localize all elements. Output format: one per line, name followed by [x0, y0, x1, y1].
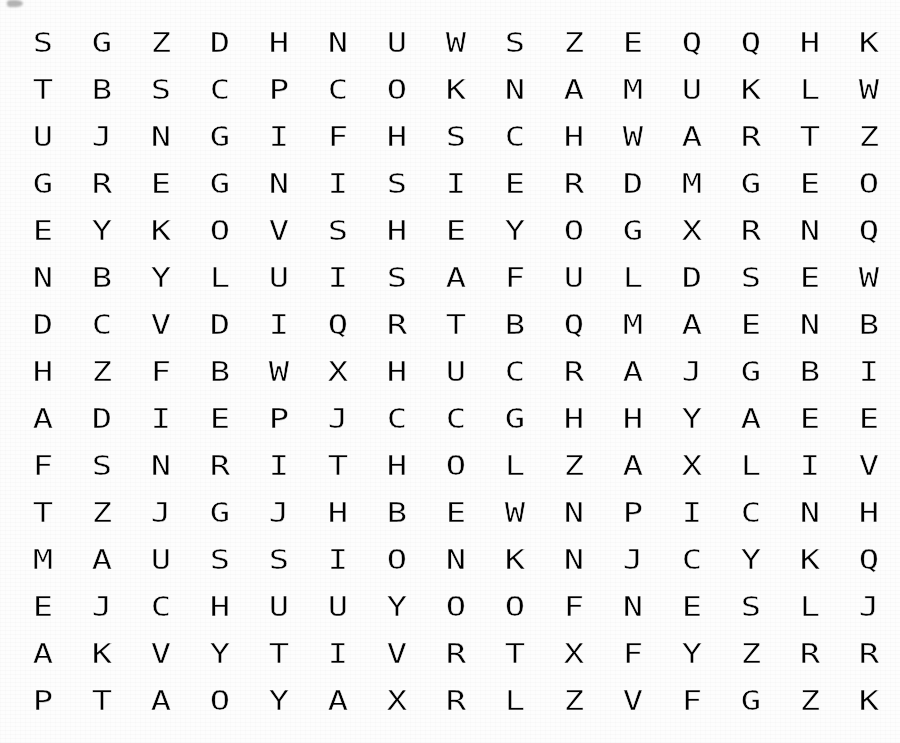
grid-cell[interactable]: E — [190, 395, 249, 442]
grid-cell[interactable]: N — [780, 301, 839, 348]
grid-cell[interactable]: A — [662, 301, 721, 348]
grid-cell[interactable]: O — [190, 207, 249, 254]
grid-cell[interactable]: W — [426, 19, 485, 66]
grid-cell[interactable]: B — [839, 301, 898, 348]
grid-letter: B — [91, 77, 111, 103]
grid-cell[interactable]: C — [308, 66, 367, 113]
grid-letter: Z — [858, 124, 878, 150]
grid-letter: K — [799, 547, 819, 573]
grid-cell[interactable]: D — [662, 254, 721, 301]
grid-cell[interactable]: U — [13, 113, 72, 160]
grid-cell[interactable]: I — [308, 630, 367, 677]
grid-letter: I — [327, 547, 347, 573]
grid-cell[interactable]: U — [367, 19, 426, 66]
grid-cell[interactable]: Z — [544, 677, 603, 724]
grid-letter: R — [740, 218, 760, 244]
grid-cell[interactable]: Y — [249, 677, 308, 724]
grid-letter: S — [386, 171, 406, 197]
grid-cell[interactable]: Z — [72, 348, 131, 395]
grid-cell[interactable]: D — [603, 160, 662, 207]
grid-cell[interactable]: B — [190, 348, 249, 395]
grid-cell[interactable]: X — [544, 630, 603, 677]
grid-cell[interactable]: R — [721, 207, 780, 254]
grid-letter: E — [858, 406, 878, 432]
grid-letter: X — [563, 641, 583, 667]
grid-cell[interactable]: R — [780, 630, 839, 677]
grid-cell[interactable]: G — [721, 348, 780, 395]
grid-letter: X — [386, 688, 406, 714]
grid-cell[interactable]: S — [426, 113, 485, 160]
grid-cell[interactable]: K — [131, 207, 190, 254]
grid-letter: H — [386, 453, 406, 479]
grid-cell[interactable]: H — [249, 19, 308, 66]
grid-cell[interactable]: L — [190, 254, 249, 301]
grid-cell[interactable]: L — [603, 254, 662, 301]
grid-cell[interactable]: V — [249, 207, 308, 254]
grid-cell[interactable]: G — [603, 207, 662, 254]
grid-letter: C — [386, 406, 406, 432]
grid-cell[interactable]: E — [721, 301, 780, 348]
grid-cell[interactable]: Y — [72, 207, 131, 254]
grid-letter: N — [563, 500, 583, 526]
grid-cell[interactable]: O — [367, 536, 426, 583]
grid-cell[interactable]: J — [308, 395, 367, 442]
grid-letter: H — [327, 500, 347, 526]
grid-letter: Z — [563, 688, 583, 714]
grid-cell[interactable]: Y — [721, 536, 780, 583]
grid-cell[interactable]: S — [485, 19, 544, 66]
grid-cell[interactable]: P — [249, 395, 308, 442]
grid-cell[interactable]: U — [249, 254, 308, 301]
grid-letter: I — [327, 265, 347, 291]
grid-letter: A — [740, 406, 760, 432]
grid-cell[interactable]: K — [721, 66, 780, 113]
grid-cell[interactable]: U — [426, 348, 485, 395]
grid-cell[interactable]: F — [544, 583, 603, 630]
grid-cell[interactable]: I — [249, 442, 308, 489]
grid-cell[interactable]: N — [131, 113, 190, 160]
grid-cell[interactable]: X — [662, 207, 721, 254]
grid-letter: Y — [740, 547, 760, 573]
grid-cell[interactable]: B — [72, 66, 131, 113]
grid-cell[interactable]: K — [839, 677, 898, 724]
grid-cell[interactable]: S — [308, 207, 367, 254]
grid-cell[interactable]: T — [13, 66, 72, 113]
word-search-grid: SGZDHNUWSZEQQHKTBSCPCOKNAMUKLWUJNGIFHSCH… — [13, 19, 898, 724]
grid-letter: G — [622, 218, 642, 244]
grid-letter: M — [32, 547, 52, 573]
grid-letter: G — [209, 171, 229, 197]
grid-cell[interactable]: R — [721, 113, 780, 160]
grid-letter: O — [504, 594, 524, 620]
grid-cell[interactable]: J — [249, 489, 308, 536]
grid-cell[interactable]: P — [603, 489, 662, 536]
grid-cell[interactable]: Q — [839, 207, 898, 254]
grid-cell[interactable]: H — [544, 113, 603, 160]
grid-cell[interactable]: I — [131, 395, 190, 442]
grid-letter: E — [32, 218, 52, 244]
grid-letter: D — [32, 312, 52, 338]
grid-cell[interactable]: A — [13, 395, 72, 442]
grid-cell[interactable]: Z — [131, 19, 190, 66]
grid-cell[interactable]: Z — [544, 19, 603, 66]
grid-cell[interactable]: O — [190, 677, 249, 724]
grid-cell[interactable]: Y — [485, 207, 544, 254]
grid-cell[interactable]: O — [544, 207, 603, 254]
grid-cell[interactable]: M — [13, 536, 72, 583]
grid-letter: U — [268, 594, 288, 620]
grid-cell[interactable]: F — [13, 442, 72, 489]
grid-cell[interactable]: H — [190, 583, 249, 630]
grid-cell[interactable]: S — [721, 583, 780, 630]
grid-cell[interactable]: S — [131, 66, 190, 113]
grid-cell[interactable]: N — [308, 19, 367, 66]
grid-letter: I — [268, 124, 288, 150]
grid-cell[interactable]: N — [603, 583, 662, 630]
grid-cell[interactable]: H — [780, 19, 839, 66]
grid-cell[interactable]: V — [603, 677, 662, 724]
grid-cell[interactable]: P — [249, 66, 308, 113]
grid-cell[interactable]: I — [308, 254, 367, 301]
grid-cell[interactable]: C — [72, 301, 131, 348]
grid-cell[interactable]: W — [839, 66, 898, 113]
grid-cell[interactable]: A — [603, 348, 662, 395]
grid-cell[interactable]: J — [72, 583, 131, 630]
grid-letter: Z — [563, 453, 583, 479]
grid-letter: A — [622, 453, 642, 479]
grid-letter: E — [32, 594, 52, 620]
grid-cell[interactable]: S — [72, 442, 131, 489]
grid-letter: O — [386, 547, 406, 573]
grid-letter: G — [504, 406, 524, 432]
grid-cell[interactable]: O — [426, 442, 485, 489]
grid-cell[interactable]: H — [13, 348, 72, 395]
grid-cell[interactable]: V — [367, 630, 426, 677]
grid-cell[interactable]: C — [485, 348, 544, 395]
grid-letter: R — [386, 312, 406, 338]
grid-cell[interactable]: A — [131, 677, 190, 724]
grid-letter: V — [150, 312, 170, 338]
grid-cell[interactable]: U — [308, 583, 367, 630]
grid-cell[interactable]: E — [485, 160, 544, 207]
grid-cell[interactable]: F — [131, 348, 190, 395]
grid-cell[interactable]: A — [721, 395, 780, 442]
grid-cell[interactable]: Y — [662, 395, 721, 442]
grid-cell[interactable]: S — [367, 254, 426, 301]
grid-cell[interactable]: K — [839, 19, 898, 66]
grid-cell[interactable]: N — [780, 207, 839, 254]
grid-cell[interactable]: T — [249, 630, 308, 677]
grid-letter: O — [858, 171, 878, 197]
grid-cell[interactable]: H — [367, 348, 426, 395]
grid-cell[interactable]: N — [131, 442, 190, 489]
grid-cell[interactable]: H — [603, 395, 662, 442]
grid-letter: Z — [91, 500, 111, 526]
grid-cell[interactable]: E — [13, 207, 72, 254]
grid-cell[interactable]: B — [780, 348, 839, 395]
grid-cell[interactable]: O — [426, 583, 485, 630]
grid-cell[interactable]: C — [190, 66, 249, 113]
grid-cell[interactable]: T — [308, 442, 367, 489]
grid-cell[interactable]: I — [426, 160, 485, 207]
grid-cell[interactable]: G — [72, 19, 131, 66]
grid-letter: K — [858, 688, 878, 714]
grid-cell[interactable]: Q — [308, 301, 367, 348]
grid-cell[interactable]: W — [485, 489, 544, 536]
grid-letter: F — [563, 594, 583, 620]
grid-cell[interactable]: B — [485, 301, 544, 348]
grid-cell[interactable]: X — [308, 348, 367, 395]
grid-cell[interactable]: S — [721, 254, 780, 301]
grid-cell[interactable]: N — [544, 536, 603, 583]
grid-cell[interactable]: S — [13, 19, 72, 66]
grid-cell[interactable]: U — [131, 536, 190, 583]
grid-cell[interactable]: R — [72, 160, 131, 207]
grid-letter: M — [622, 77, 642, 103]
grid-cell[interactable]: Y — [367, 583, 426, 630]
grid-cell[interactable]: L — [485, 677, 544, 724]
grid-cell[interactable]: A — [426, 254, 485, 301]
grid-cell[interactable]: W — [839, 254, 898, 301]
grid-cell[interactable]: W — [603, 113, 662, 160]
grid-cell[interactable]: E — [780, 160, 839, 207]
grid-cell[interactable]: K — [780, 536, 839, 583]
grid-cell[interactable]: A — [13, 630, 72, 677]
grid-cell[interactable]: P — [13, 677, 72, 724]
grid-cell[interactable]: M — [603, 301, 662, 348]
grid-letter: N — [150, 453, 170, 479]
grid-cell[interactable]: G — [721, 677, 780, 724]
grid-cell[interactable]: F — [485, 254, 544, 301]
grid-cell[interactable]: E — [426, 207, 485, 254]
grid-cell[interactable]: N — [249, 160, 308, 207]
grid-cell[interactable]: C — [367, 395, 426, 442]
grid-cell[interactable]: I — [662, 489, 721, 536]
grid-cell[interactable]: J — [131, 489, 190, 536]
grid-letter: S — [740, 594, 760, 620]
grid-letter: V — [150, 641, 170, 667]
grid-letter: U — [327, 594, 347, 620]
grid-cell[interactable]: F — [603, 630, 662, 677]
grid-letter: R — [799, 641, 819, 667]
grid-cell[interactable]: H — [544, 395, 603, 442]
grid-letter: H — [209, 594, 229, 620]
grid-cell[interactable]: I — [249, 301, 308, 348]
grid-cell[interactable]: T — [426, 301, 485, 348]
grid-cell[interactable]: S — [367, 160, 426, 207]
grid-cell[interactable]: O — [485, 583, 544, 630]
grid-cell[interactable]: S — [249, 536, 308, 583]
grid-letter: T — [32, 77, 52, 103]
grid-cell[interactable]: E — [426, 489, 485, 536]
grid-cell[interactable]: Z — [72, 489, 131, 536]
grid-cell[interactable]: L — [485, 442, 544, 489]
grid-cell[interactable]: N — [13, 254, 72, 301]
grid-cell[interactable]: Y — [190, 630, 249, 677]
grid-cell[interactable]: R — [190, 442, 249, 489]
grid-cell[interactable]: C — [131, 583, 190, 630]
grid-cell[interactable]: Q — [544, 301, 603, 348]
grid-cell[interactable]: Y — [131, 254, 190, 301]
grid-letter: H — [386, 124, 406, 150]
grid-cell[interactable]: R — [544, 348, 603, 395]
grid-letter: A — [32, 641, 52, 667]
grid-letter: I — [268, 312, 288, 338]
grid-letter: L — [504, 688, 524, 714]
grid-letter: J — [91, 124, 111, 150]
grid-letter: K — [91, 641, 111, 667]
grid-cell[interactable]: U — [662, 66, 721, 113]
grid-letter: E — [504, 171, 524, 197]
grid-cell[interactable]: G — [190, 113, 249, 160]
grid-cell[interactable]: A — [308, 677, 367, 724]
grid-cell[interactable]: D — [190, 301, 249, 348]
grid-letter: A — [622, 359, 642, 385]
grid-cell[interactable]: O — [367, 66, 426, 113]
grid-cell[interactable]: J — [839, 583, 898, 630]
grid-cell[interactable]: N — [485, 66, 544, 113]
grid-cell[interactable]: E — [780, 395, 839, 442]
grid-cell[interactable]: Z — [544, 442, 603, 489]
grid-cell[interactable]: R — [839, 630, 898, 677]
grid-cell[interactable]: C — [485, 113, 544, 160]
grid-cell[interactable]: H — [367, 113, 426, 160]
grid-cell[interactable]: B — [367, 489, 426, 536]
grid-cell[interactable]: I — [249, 113, 308, 160]
grid-letter: K — [740, 77, 760, 103]
grid-cell[interactable]: N — [544, 489, 603, 536]
grid-letter: B — [209, 359, 229, 385]
grid-cell[interactable]: I — [308, 160, 367, 207]
grid-letter: F — [327, 124, 347, 150]
grid-cell[interactable]: J — [72, 113, 131, 160]
grid-cell[interactable]: E — [780, 254, 839, 301]
grid-cell[interactable]: X — [367, 677, 426, 724]
grid-cell[interactable]: H — [839, 489, 898, 536]
grid-cell[interactable]: D — [72, 395, 131, 442]
grid-cell[interactable]: N — [780, 489, 839, 536]
grid-cell[interactable]: A — [72, 536, 131, 583]
grid-letter: G — [740, 171, 760, 197]
grid-cell[interactable]: M — [603, 66, 662, 113]
grid-letter: Z — [799, 688, 819, 714]
grid-letter: E — [445, 500, 465, 526]
grid-cell[interactable]: O — [839, 160, 898, 207]
grid-cell[interactable]: L — [780, 66, 839, 113]
grid-cell[interactable]: E — [131, 160, 190, 207]
grid-cell[interactable]: E — [839, 395, 898, 442]
grid-cell[interactable]: V — [131, 630, 190, 677]
grid-cell[interactable]: I — [308, 536, 367, 583]
grid-cell[interactable]: A — [662, 113, 721, 160]
grid-cell[interactable]: N — [426, 536, 485, 583]
grid-cell[interactable]: T — [13, 489, 72, 536]
grid-cell[interactable]: L — [721, 442, 780, 489]
grid-cell[interactable]: R — [367, 301, 426, 348]
grid-cell[interactable]: X — [662, 442, 721, 489]
grid-letter: J — [91, 594, 111, 620]
grid-letter: R — [563, 359, 583, 385]
grid-cell[interactable]: Z — [780, 677, 839, 724]
grid-letter: P — [32, 688, 52, 714]
grid-letter: N — [563, 547, 583, 573]
grid-cell[interactable]: G — [721, 160, 780, 207]
grid-cell[interactable]: G — [485, 395, 544, 442]
grid-cell[interactable]: H — [308, 489, 367, 536]
grid-cell[interactable]: K — [485, 536, 544, 583]
grid-cell[interactable]: K — [426, 66, 485, 113]
grid-cell[interactable]: L — [780, 583, 839, 630]
grid-cell[interactable]: T — [72, 677, 131, 724]
grid-cell[interactable]: A — [603, 442, 662, 489]
grid-cell[interactable]: K — [72, 630, 131, 677]
grid-cell[interactable]: T — [485, 630, 544, 677]
grid-cell[interactable]: Z — [839, 113, 898, 160]
grid-cell[interactable]: F — [308, 113, 367, 160]
grid-letter: D — [681, 265, 701, 291]
grid-cell[interactable]: R — [426, 677, 485, 724]
grid-cell[interactable]: I — [839, 348, 898, 395]
grid-cell[interactable]: Z — [721, 630, 780, 677]
grid-letter: R — [209, 453, 229, 479]
grid-cell[interactable]: Y — [662, 630, 721, 677]
grid-cell[interactable]: R — [544, 160, 603, 207]
grid-cell[interactable]: C — [426, 395, 485, 442]
grid-cell[interactable]: B — [72, 254, 131, 301]
grid-cell[interactable]: Q — [662, 19, 721, 66]
grid-letter: C — [681, 547, 701, 573]
grid-cell[interactable]: M — [662, 160, 721, 207]
grid-letter: C — [91, 312, 111, 338]
grid-letter: U — [32, 124, 52, 150]
grid-letter: G — [740, 688, 760, 714]
grid-cell[interactable]: E — [662, 583, 721, 630]
grid-letter: N — [445, 547, 465, 573]
grid-cell[interactable]: S — [190, 536, 249, 583]
grid-cell[interactable]: H — [367, 207, 426, 254]
grid-cell[interactable]: T — [780, 113, 839, 160]
grid-cell[interactable]: R — [426, 630, 485, 677]
grid-letter: E — [622, 30, 642, 56]
grid-cell[interactable]: E — [13, 583, 72, 630]
grid-cell[interactable]: H — [367, 442, 426, 489]
grid-cell[interactable]: G — [190, 160, 249, 207]
grid-cell[interactable]: D — [13, 301, 72, 348]
grid-cell[interactable]: E — [603, 19, 662, 66]
grid-cell[interactable]: G — [13, 160, 72, 207]
grid-cell[interactable]: J — [603, 536, 662, 583]
grid-letter: L — [799, 77, 819, 103]
grid-cell[interactable]: U — [544, 254, 603, 301]
grid-cell[interactable]: Q — [721, 19, 780, 66]
grid-cell[interactable]: F — [662, 677, 721, 724]
grid-cell[interactable]: J — [662, 348, 721, 395]
grid-cell[interactable]: C — [662, 536, 721, 583]
grid-cell[interactable]: W — [249, 348, 308, 395]
grid-cell[interactable]: V — [839, 442, 898, 489]
grid-letter: W — [268, 359, 288, 385]
grid-cell[interactable]: V — [131, 301, 190, 348]
grid-cell[interactable]: U — [249, 583, 308, 630]
grid-cell[interactable]: C — [721, 489, 780, 536]
grid-letter: Q — [681, 30, 701, 56]
grid-cell[interactable]: A — [544, 66, 603, 113]
grid-cell[interactable]: G — [190, 489, 249, 536]
grid-letter: F — [681, 688, 701, 714]
grid-cell[interactable]: D — [190, 19, 249, 66]
grid-cell[interactable]: Q — [839, 536, 898, 583]
grid-cell[interactable]: I — [780, 442, 839, 489]
